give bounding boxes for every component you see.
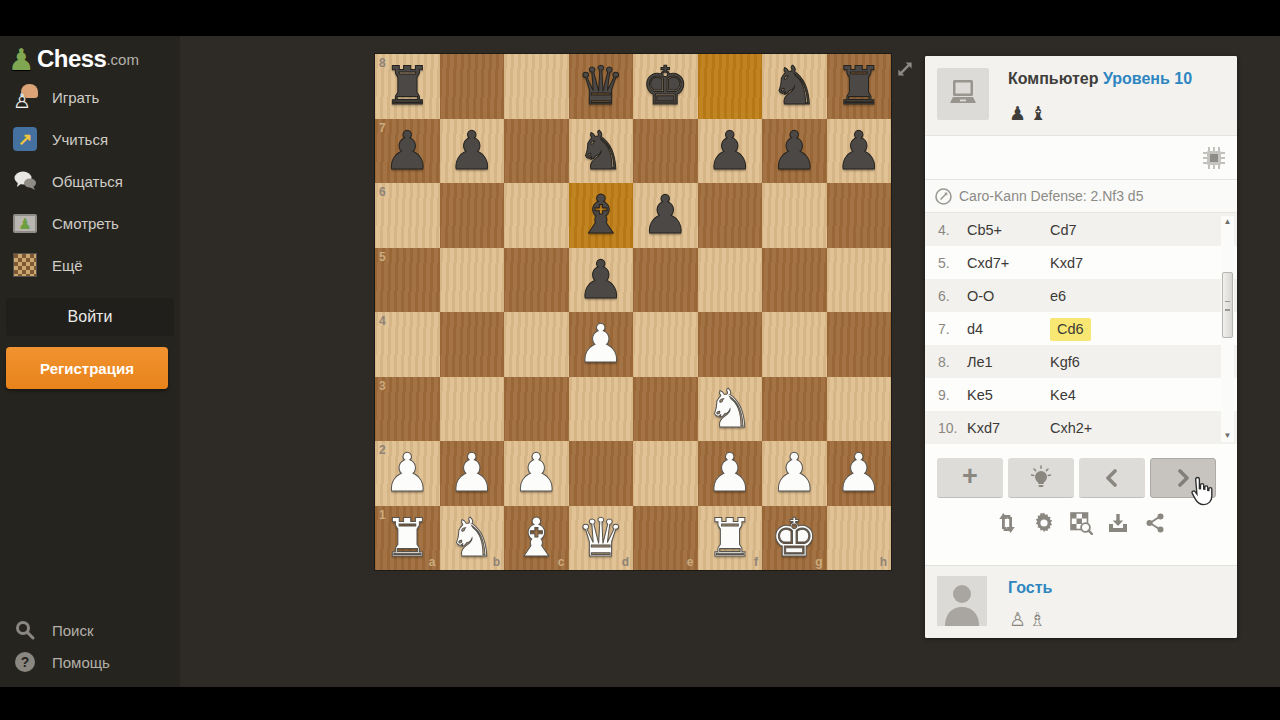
sidebar-item-search[interactable]: Поиск [0,614,180,646]
square-b2[interactable]: ♟ [440,441,505,506]
white-move[interactable]: Cb5+ [967,222,1050,238]
white-pawn-h2[interactable]: ♟ [835,443,883,503]
white-pawn-d4[interactable]: ♟ [577,314,625,374]
opponent-name-text: Компьютер [1008,70,1098,87]
square-f2[interactable]: ♟ [698,441,763,506]
lightbulb-icon [1028,464,1054,492]
learn-icon-wrap: ↗ [12,126,38,152]
sidebar-item-label: Учиться [52,131,108,148]
scroll-down-arrow[interactable]: ▼ [1221,430,1234,442]
square-h4[interactable] [827,312,892,377]
square-h6[interactable] [827,183,892,248]
move-row: 5. Cxd7+ Kxd7 [925,246,1237,279]
file-label-d: d [622,555,629,569]
square-b5[interactable] [440,248,505,313]
move-row: 7. d4 Cd6 [925,312,1237,345]
square-e3[interactable] [633,377,698,442]
analysis-board-icon[interactable] [1069,511,1093,535]
black-move[interactable]: Kxd7 [1050,255,1133,271]
controls-section: + [925,445,1237,565]
sidebar-item-label: Общаться [52,173,123,190]
move-number: 9. [938,387,967,403]
black-pawn-d5[interactable]: ♟ [577,250,625,310]
move-number: 6. [938,288,967,304]
square-f6[interactable] [698,183,763,248]
square-f5[interactable] [698,248,763,313]
square-h3[interactable] [827,377,892,442]
white-move[interactable]: Kxd7 [967,420,1050,436]
chat-bubbles-icon [12,168,38,194]
white-move[interactable]: O-O [967,288,1050,304]
square-d4[interactable]: ♟ [569,312,634,377]
square-b1[interactable]: b♞ [440,506,505,571]
previous-move-button[interactable] [1079,458,1145,498]
white-pawn-f2[interactable]: ♟ [706,443,754,503]
square-g7[interactable]: ♟ [762,119,827,184]
move-number: 5. [938,255,967,271]
square-c2[interactable]: ♟ [504,441,569,506]
square-b6[interactable] [440,183,505,248]
hint-button[interactable] [1008,458,1074,498]
file-label-c: c [558,555,565,569]
captured-by-white: ♟♝ [1009,102,1051,124]
black-move[interactable]: e6 [1050,288,1133,304]
black-move-current[interactable]: Cd6 [1050,321,1133,337]
captured-by-black: ♙♗ [1009,608,1049,630]
move-row: 10. Kxd7 Cxh2+ [925,411,1237,444]
chess-board[interactable]: 8♜♛♚♞♜7♟♟♞♟♟♟6♝♟5♟4♟3♞2♟♟♟♟♟♟1a♜b♞c♝d♛ef… [375,54,891,570]
black-move[interactable]: Cxh2+ [1050,420,1133,436]
square-g3[interactable] [762,377,827,442]
square-f3[interactable]: ♞ [698,377,763,442]
black-pawn-f7[interactable]: ♟ [706,121,754,181]
square-a8[interactable]: 8♜ [375,54,440,119]
opponent-level-link[interactable]: Уровень 10 [1103,70,1192,87]
square-c5[interactable] [504,248,569,313]
black-knight-d7[interactable]: ♞ [577,121,625,181]
sidebar-item-label: Играть [52,89,99,106]
square-b8[interactable] [440,54,505,119]
app-window: ♟ Chess .com ♙ Играть ↗ Учиться [0,0,1280,720]
move-row: 4. Cb5+ Cd7 [925,213,1237,246]
square-e6[interactable]: ♟ [633,183,698,248]
opening-name: Caro-Kann Defense: 2.Nf3 d5 [959,188,1143,204]
player-section: Гость ♙♗ [925,565,1237,638]
rank-label-6: 6 [379,185,386,199]
person-silhouette-icon [937,576,987,626]
rank-label-2: 2 [379,443,386,457]
sidebar-item-help[interactable]: ? Помощь [0,646,180,678]
settings-gear-icon[interactable] [1032,511,1056,535]
file-label-a: a [429,555,436,569]
square-h5[interactable] [827,248,892,313]
sidebar-item-label: Поиск [52,622,94,639]
computer-avatar[interactable] [937,68,989,120]
black-pawn-g7[interactable]: ♟ [770,121,818,181]
square-a6[interactable]: 6 [375,183,440,248]
square-e5[interactable] [633,248,698,313]
white-pawn-glyph: ♙ [13,90,31,112]
white-pawn-g2[interactable]: ♟ [770,443,818,503]
chevron-right-icon [1175,469,1191,487]
black-bishop-d6[interactable]: ♝ [577,185,625,245]
square-d8[interactable]: ♛ [569,54,634,119]
square-b3[interactable] [440,377,505,442]
move-row: 6. O-O e6 [925,279,1237,312]
rank-label-1: 1 [379,508,386,522]
chevron-left-icon [1104,469,1120,487]
rank-label-8: 8 [379,56,386,70]
black-pawn-b7[interactable]: ♟ [448,121,496,181]
black-rook-h8[interactable]: ♜ [835,56,883,116]
file-label-h: h [880,555,887,569]
file-label-e: e [687,555,694,569]
logo-pawn-icon: ♟ [8,42,35,77]
black-move[interactable]: Ke4 [1050,387,1133,403]
black-queen-d8[interactable]: ♛ [577,56,625,116]
square-f4[interactable] [698,312,763,377]
white-move[interactable]: Ле1 [967,354,1050,370]
sidebar-item-label: Помощь [52,654,110,671]
square-g8[interactable]: ♞ [762,54,827,119]
sidebar-item-learn[interactable]: ↗ Учиться [0,118,180,160]
white-rook-a1[interactable]: ♜ [383,508,431,568]
move-number: 10. [938,420,967,436]
black-rook-a8[interactable]: ♜ [383,56,431,116]
opponent-section: Компьютер Уровень 10 ♟♝ [925,56,1237,135]
square-d1[interactable]: d♛ [569,506,634,571]
login-button[interactable]: Войти [6,298,174,336]
white-pawn-a2[interactable]: ♟ [383,443,431,503]
search-icon [14,619,36,641]
square-a5[interactable]: 5 [375,248,440,313]
file-label-g: g [815,555,822,569]
square-d6[interactable]: ♝ [569,183,634,248]
black-pawn-e6[interactable]: ♟ [641,185,689,245]
green-pawn-glyph: ♟ [18,217,31,231]
square-c7[interactable] [504,119,569,184]
black-move[interactable]: Kgf6 [1050,354,1133,370]
opening-explorer-icon [935,188,952,205]
square-c1[interactable]: c♝ [504,506,569,571]
square-g1[interactable]: g♚ [762,506,827,571]
white-move[interactable]: Ke5 [967,387,1050,403]
scrollbar-thumb[interactable] [1222,272,1233,338]
square-h8[interactable]: ♜ [827,54,892,119]
square-a3[interactable]: 3 [375,377,440,442]
square-g4[interactable] [762,312,827,377]
rank-label-5: 5 [379,250,386,264]
move-number: 4. [938,222,967,238]
white-rook-f1[interactable]: ♜ [706,508,754,568]
square-h7[interactable]: ♟ [827,119,892,184]
square-g5[interactable] [762,248,827,313]
square-a4[interactable]: 4 [375,312,440,377]
movelist-scrollbar[interactable]: ▲ ▼ [1221,216,1234,442]
white-knight-f3[interactable]: ♞ [706,379,754,439]
square-f8[interactable] [698,54,763,119]
black-knight-g8[interactable]: ♞ [770,56,818,116]
laptop-icon [945,78,981,110]
move-list: 4. Cb5+ Cd7 5. Cxd7+ Kxd7 6. O-O e6 7. d… [925,213,1237,445]
square-g2[interactable]: ♟ [762,441,827,506]
flip-board-icon[interactable] [995,511,1019,535]
expand-board-icon[interactable] [893,57,917,81]
white-move[interactable]: d4 [967,321,1050,337]
player-name[interactable]: Гость [1008,579,1052,597]
white-bishop-c1[interactable]: ♝ [512,508,560,568]
rank-label-4: 4 [379,314,386,328]
square-e1[interactable]: e [633,506,698,571]
logo-brand-text: Chess [37,45,107,73]
help-icon: ? [14,651,36,673]
scroll-up-arrow[interactable]: ▲ [1221,216,1234,228]
learn-arrow-icon: ↗ [13,127,37,151]
download-icon[interactable] [1106,511,1130,535]
square-a1[interactable]: 1a♜ [375,506,440,571]
engine-row [925,135,1237,179]
rank-label-3: 3 [379,379,386,393]
white-king-g1[interactable]: ♚ [770,508,818,568]
square-a2[interactable]: 2♟ [375,441,440,506]
black-pawn-h7[interactable]: ♟ [835,121,883,181]
file-label-b: b [493,555,500,569]
square-e4[interactable] [633,312,698,377]
sidebar-item-play[interactable]: ♙ Играть [0,76,180,118]
sidebar-item-connect[interactable]: Общаться [0,160,180,202]
chesscom-logo[interactable]: ♟ Chess .com [8,42,139,76]
black-pawn-a7[interactable]: ♟ [383,121,431,181]
square-b7[interactable]: ♟ [440,119,505,184]
square-e2[interactable] [633,441,698,506]
logo-tld-text: .com [106,51,139,68]
square-c3[interactable] [504,377,569,442]
white-pawn-c2[interactable]: ♟ [512,443,560,503]
black-move[interactable]: Cd7 [1050,222,1133,238]
game-panel: Компьютер Уровень 10 ♟♝ [925,56,1237,638]
sidebar: ♟ Chess .com ♙ Играть ↗ Учиться [0,36,180,687]
tool-icon-row [925,511,1237,535]
cpu-chip-icon[interactable] [1203,147,1225,173]
chessboard-icon [12,252,38,278]
square-d3[interactable] [569,377,634,442]
square-f7[interactable]: ♟ [698,119,763,184]
square-a7[interactable]: 7♟ [375,119,440,184]
square-e8[interactable]: ♚ [633,54,698,119]
move-number: 8. [938,354,967,370]
square-h1[interactable]: h [827,506,892,571]
new-game-button[interactable]: + [937,458,1003,498]
white-pawn-b2[interactable]: ♟ [448,443,496,503]
white-queen-d1[interactable]: ♛ [577,508,625,568]
black-king-e8[interactable]: ♚ [641,56,689,116]
signup-button[interactable]: Регистрация [6,347,168,389]
move-row: 8. Ле1 Kgf6 [925,345,1237,378]
square-f1[interactable]: f♜ [698,506,763,571]
current-move-highlight[interactable]: Cd6 [1050,318,1091,341]
square-e7[interactable] [633,119,698,184]
opponent-name: Компьютер Уровень 10 [1008,70,1192,88]
move-number: 7. [938,321,967,337]
square-d7[interactable]: ♞ [569,119,634,184]
sidebar-item-more[interactable]: Ещё [0,244,180,286]
square-d2[interactable] [569,441,634,506]
sidebar-item-label: Смотреть [52,215,119,232]
watch-monitor-icon: ♟ [12,210,38,236]
square-b4[interactable] [440,312,505,377]
square-g6[interactable] [762,183,827,248]
square-h2[interactable]: ♟ [827,441,892,506]
square-d5[interactable]: ♟ [569,248,634,313]
white-move[interactable]: Cxd7+ [967,255,1050,271]
share-icon[interactable] [1143,511,1167,535]
next-move-button[interactable] [1150,458,1216,498]
square-c8[interactable] [504,54,569,119]
opening-row[interactable]: Caro-Kann Defense: 2.Nf3 d5 [925,179,1237,213]
rank-label-7: 7 [379,121,386,135]
sidebar-item-label: Ещё [52,257,83,274]
move-row: 9. Ke5 Ke4 [925,378,1237,411]
sidebar-item-watch[interactable]: ♟ Смотреть [0,202,180,244]
play-pawn-icon: ♙ [12,84,38,110]
file-label-f: f [754,555,758,569]
square-c6[interactable] [504,183,569,248]
square-c4[interactable] [504,312,569,377]
white-knight-b1[interactable]: ♞ [448,508,496,568]
guest-avatar[interactable] [937,576,987,626]
